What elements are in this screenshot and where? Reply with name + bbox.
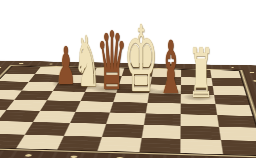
black-bishop: ♝ [156, 32, 187, 105]
chessboard-product-photo: ♟♞♛♚♝♜ [0, 0, 256, 158]
white-rook: ♜ [187, 40, 216, 108]
pieces-layer: ♟♞♛♚♝♜ [0, 0, 256, 158]
scene: ♟♞♛♚♝♜ [0, 0, 256, 158]
